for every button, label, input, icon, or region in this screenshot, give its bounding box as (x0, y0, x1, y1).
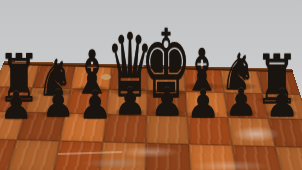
piece-black-pawn-h7: ♟ (265, 84, 299, 122)
square-c5 (53, 141, 103, 170)
square-f5 (189, 144, 237, 170)
piece-black-pawn-b7: ♟ (41, 85, 74, 122)
piece-black-pawn-f7: ♟ (186, 85, 220, 123)
square-b5 (7, 140, 59, 170)
square-d5 (99, 142, 146, 170)
square-e5 (145, 143, 191, 170)
piece-black-pawn-e7: ♟ (150, 83, 184, 121)
piece-black-pawn-c7: ♟ (78, 86, 112, 124)
piece-black-pawn-d7: ♟ (113, 83, 146, 120)
piece-black-pawn-a7: ♟ (0, 87, 33, 124)
square-h5 (275, 147, 302, 170)
photo-scene: ARIO ♜♞♝♛♚♝♞♜♟♟♟♟♟♟♟♟ (0, 0, 302, 170)
piece-black-pawn-g7: ♟ (224, 84, 257, 121)
